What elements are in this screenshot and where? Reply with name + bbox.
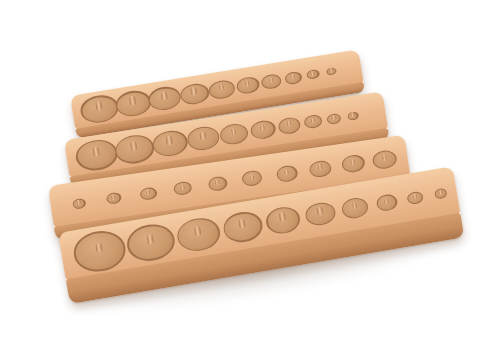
product-photo-montessori-cylinder-blocks — [0, 0, 480, 360]
